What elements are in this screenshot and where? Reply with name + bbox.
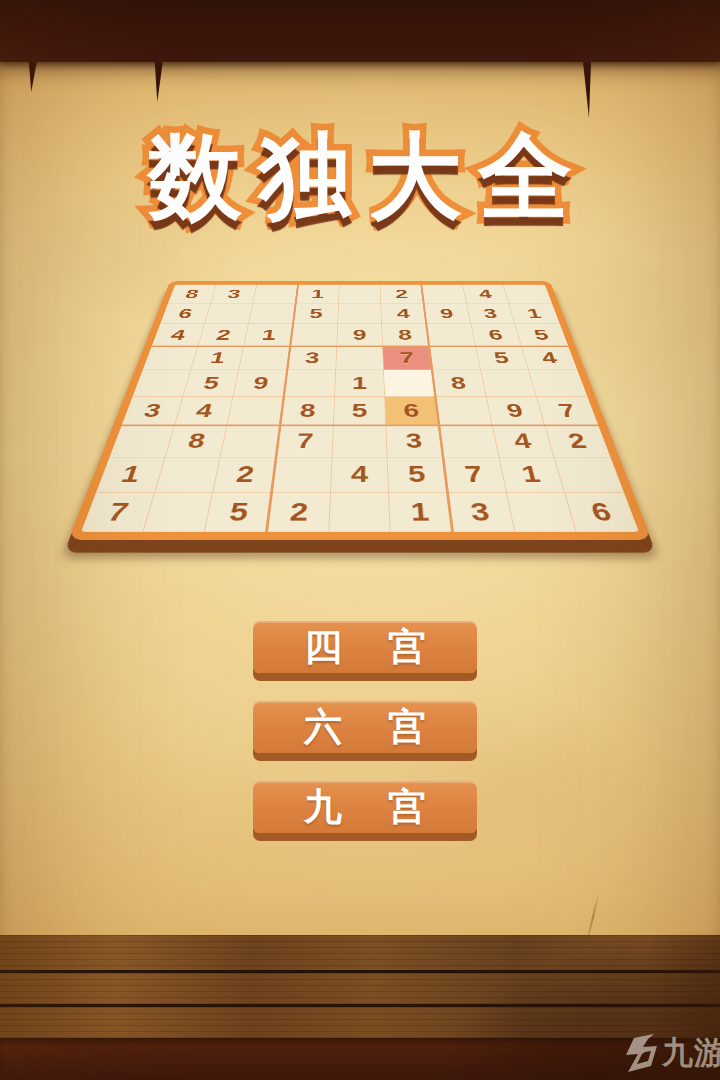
cell-r5c1 <box>133 370 191 396</box>
cell-r3c4 <box>291 324 338 346</box>
jiuyou-logo-icon <box>624 1034 658 1072</box>
cell-r9c3: 5 <box>205 493 272 532</box>
cell-r1c9 <box>504 285 552 304</box>
six-grid-button[interactable]: 六宫 <box>253 701 477 753</box>
wood-plank <box>0 1004 720 1038</box>
cell-r7c9: 2 <box>545 425 610 457</box>
cell-r7c4: 7 <box>276 425 333 457</box>
cell-r2c6: 4 <box>381 304 426 324</box>
cell-r5c3: 9 <box>234 370 288 396</box>
cell-r5c5: 1 <box>335 370 386 396</box>
cell-r2c7: 9 <box>424 304 471 324</box>
cell-r3c2: 2 <box>198 324 249 346</box>
cell-r4c5 <box>336 346 384 370</box>
top-dark-edge <box>0 0 720 62</box>
title-char: 独 <box>258 118 352 236</box>
cell-r9c7: 3 <box>448 493 515 532</box>
cell-r2c9: 1 <box>509 304 559 324</box>
cell-r2c5 <box>338 304 382 324</box>
cell-r8c2 <box>155 457 221 492</box>
cell-r4c4: 3 <box>288 346 337 370</box>
cell-r1c8: 4 <box>463 285 510 304</box>
wood-floor <box>0 935 720 1038</box>
cell-r8c7: 7 <box>444 457 507 492</box>
cell-r7c6: 3 <box>386 425 443 457</box>
cell-r1c5 <box>339 285 382 304</box>
block-line-horizontal <box>121 425 599 427</box>
cell-r9c2 <box>143 493 213 532</box>
cell-r7c2: 8 <box>165 425 227 457</box>
cell-r5c6 <box>384 370 436 396</box>
cell-r4c2: 1 <box>191 346 244 370</box>
cell-r3c1: 4 <box>152 324 205 346</box>
cell-r8c6: 5 <box>388 457 448 492</box>
cell-r8c4 <box>272 457 332 492</box>
cell-r5c7: 8 <box>432 370 486 396</box>
cell-r1c6: 2 <box>381 285 424 304</box>
cell-r4c9: 4 <box>522 346 577 370</box>
cell-r9c6: 1 <box>389 493 453 532</box>
cell-r8c3: 2 <box>213 457 276 492</box>
cell-r8c8: 1 <box>499 457 565 492</box>
cell-r4c6: 7 <box>383 346 432 370</box>
sudoku-grid: 8312465493142198651375459183485697873421… <box>81 285 639 532</box>
cell-r1c2: 3 <box>211 285 258 304</box>
cell-r2c3 <box>249 304 296 324</box>
cell-r6c1: 3 <box>122 397 184 426</box>
cell-r4c8: 5 <box>476 346 529 370</box>
mode-menu: 四宫 六宫 九宫 <box>253 621 477 833</box>
cell-r8c9 <box>555 457 624 492</box>
cell-r6c2: 4 <box>175 397 234 426</box>
app-screen: 数 独 大 全 83124654931421986513754591834856… <box>0 0 720 1080</box>
cell-r2c2 <box>205 304 254 324</box>
cell-r2c4: 5 <box>293 304 338 324</box>
cell-r7c5 <box>332 425 388 457</box>
cell-r4c3 <box>239 346 290 370</box>
paper-tear <box>27 62 37 92</box>
four-grid-button[interactable]: 四宫 <box>253 621 477 673</box>
cell-r4c7 <box>429 346 480 370</box>
cell-r6c4: 8 <box>281 397 335 426</box>
cell-r7c7 <box>439 425 499 457</box>
cell-r9c9: 6 <box>565 493 639 532</box>
cell-r2c1: 6 <box>160 304 210 324</box>
block-line-horizontal <box>151 345 568 346</box>
bottom-dark-strip <box>0 1038 720 1080</box>
wood-plank <box>0 935 720 970</box>
jiuyou-logo-text: 九游 <box>662 1032 720 1074</box>
cell-r1c1: 8 <box>168 285 216 304</box>
cell-r8c5: 4 <box>331 457 390 492</box>
cell-r3c7 <box>427 324 476 346</box>
cell-r7c3 <box>221 425 281 457</box>
title-char: 大 <box>368 118 462 236</box>
cell-r3c9: 5 <box>515 324 568 346</box>
cell-r2c8: 3 <box>467 304 516 324</box>
cell-r5c8 <box>481 370 537 396</box>
cell-r1c7 <box>422 285 467 304</box>
cell-r5c9 <box>529 370 587 396</box>
cell-r3c5: 9 <box>337 324 383 346</box>
cell-r9c4: 2 <box>267 493 331 532</box>
cell-r6c8: 9 <box>486 397 545 426</box>
cell-r6c5: 5 <box>333 397 386 426</box>
sudoku-board: 8312465493142198651375459183485697873421… <box>68 281 652 540</box>
cell-r6c3 <box>228 397 285 426</box>
cell-r9c5 <box>329 493 391 532</box>
cell-r3c8: 6 <box>471 324 522 346</box>
cell-r7c8: 4 <box>492 425 554 457</box>
title-char: 数 <box>148 118 242 236</box>
nine-grid-button[interactable]: 九宫 <box>253 781 477 833</box>
wood-plank <box>0 970 720 1004</box>
cell-r3c3: 1 <box>244 324 293 346</box>
cell-r5c2: 5 <box>183 370 239 396</box>
cell-r6c6: 6 <box>385 397 439 426</box>
cell-r7c1 <box>109 425 174 457</box>
cell-r4c1 <box>143 346 198 370</box>
app-title: 数 独 大 全 <box>0 118 720 236</box>
cell-r6c9: 7 <box>537 397 599 426</box>
cell-r3c6: 8 <box>382 324 429 346</box>
cell-r5c4 <box>284 370 336 396</box>
jiuyou-logo: 九游 <box>624 1032 720 1074</box>
cell-r8c1: 1 <box>96 457 165 492</box>
paper-tear <box>153 62 162 102</box>
cell-r1c4: 1 <box>296 285 339 304</box>
title-char: 全 <box>478 118 572 236</box>
cell-r1c3 <box>253 285 298 304</box>
sudoku-board-scene: 8312465493142198651375459183485697873421… <box>0 0 720 570</box>
cell-r6c7 <box>436 397 493 426</box>
